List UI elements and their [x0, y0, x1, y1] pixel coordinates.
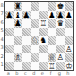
white-knight-d4: ♘	[31, 36, 39, 45]
square-h8[interactable]	[65, 2, 74, 11]
file-label-g: g	[55, 71, 64, 76]
square-a2[interactable]	[5, 53, 14, 62]
square-e5[interactable]	[39, 28, 48, 37]
square-e3[interactable]	[39, 45, 48, 54]
square-d4[interactable]: ♘	[31, 36, 40, 45]
black-knight-e4: ♞	[39, 36, 47, 45]
square-e8[interactable]	[39, 2, 48, 11]
square-f2[interactable]: ♕	[48, 53, 57, 62]
square-f6[interactable]	[48, 19, 57, 28]
square-h4[interactable]	[65, 36, 74, 45]
black-king-g8: ♚	[56, 2, 64, 11]
black-pawn-c7: ♟	[22, 10, 30, 19]
white-queen-f2: ♕	[48, 53, 56, 62]
black-pawn-b6: ♟	[14, 19, 22, 28]
white-pawn-g2: ♙	[56, 53, 64, 62]
black-bishop-b7: ♝	[14, 10, 22, 19]
chess-board[interactable]: ♜♚♟♝♟♟♟♟♟♖♛♘♞♙♗♕♙♖♔	[4, 1, 74, 71]
square-c4[interactable]	[22, 36, 31, 45]
square-f4[interactable]	[48, 36, 57, 45]
square-c1[interactable]	[22, 62, 31, 71]
square-d1[interactable]	[31, 62, 40, 71]
white-bishop-b2: ♗	[14, 53, 22, 62]
black-pawn-h7: ♟	[65, 10, 73, 19]
square-a6[interactable]	[5, 19, 14, 28]
square-e2[interactable]	[39, 53, 48, 62]
square-e4[interactable]: ♞	[39, 36, 48, 45]
square-b2[interactable]: ♗	[14, 53, 23, 62]
square-a5[interactable]	[5, 28, 14, 37]
square-f7[interactable]: ♟	[48, 11, 57, 20]
square-a4[interactable]	[5, 36, 14, 45]
square-h3[interactable]: ♙	[65, 45, 74, 54]
square-b5[interactable]	[14, 28, 23, 37]
square-g8[interactable]: ♚	[56, 2, 65, 11]
square-f8[interactable]	[48, 2, 57, 11]
square-f5[interactable]	[48, 28, 57, 37]
white-pawn-h3: ♙	[65, 44, 73, 53]
square-d5[interactable]	[31, 28, 40, 37]
square-d8[interactable]	[31, 2, 40, 11]
square-b4[interactable]	[14, 36, 23, 45]
file-label-e: e	[38, 71, 47, 76]
square-e1[interactable]	[39, 62, 48, 71]
black-pawn-f7: ♟	[48, 10, 56, 19]
square-b7[interactable]: ♝	[14, 11, 23, 20]
file-labels: abcdefgh	[4, 71, 72, 76]
white-rook-e6: ♖	[39, 19, 47, 28]
square-b3[interactable]	[14, 45, 23, 54]
square-c2[interactable]	[22, 53, 31, 62]
square-d6[interactable]	[31, 19, 40, 28]
square-h5[interactable]	[65, 28, 74, 37]
chess-diagram: 87654321 ♜♚♟♝♟♟♟♟♟♖♛♘♞♙♗♕♙♖♔ abcdefgh	[0, 0, 76, 76]
black-queen-g6: ♛	[56, 19, 64, 28]
file-label-b: b	[13, 71, 22, 76]
square-g7[interactable]: ♟	[56, 11, 65, 20]
file-label-a: a	[4, 71, 13, 76]
square-c3[interactable]	[22, 45, 31, 54]
file-label-c: c	[21, 71, 30, 76]
square-b1[interactable]	[14, 62, 23, 71]
square-g3[interactable]	[56, 45, 65, 54]
square-a8[interactable]	[5, 2, 14, 11]
square-d2[interactable]	[31, 53, 40, 62]
square-b6[interactable]: ♟	[14, 19, 23, 28]
square-f1[interactable]: ♖	[48, 62, 57, 71]
square-g1[interactable]	[56, 62, 65, 71]
square-e6[interactable]: ♖	[39, 19, 48, 28]
square-a7[interactable]: ♟	[5, 11, 14, 20]
square-h6[interactable]	[65, 19, 74, 28]
square-a3[interactable]	[5, 45, 14, 54]
square-g4[interactable]	[56, 36, 65, 45]
black-pawn-a7: ♟	[5, 10, 13, 19]
square-c5[interactable]	[22, 28, 31, 37]
square-g5[interactable]	[56, 28, 65, 37]
file-label-d: d	[30, 71, 39, 76]
square-c8[interactable]	[22, 2, 31, 11]
square-a1[interactable]	[5, 62, 14, 71]
square-e7[interactable]	[39, 11, 48, 20]
square-d7[interactable]	[31, 11, 40, 20]
square-b8[interactable]: ♜	[14, 2, 23, 11]
file-label-h: h	[64, 71, 73, 76]
square-h1[interactable]: ♔	[65, 62, 74, 71]
black-rook-b8: ♜	[14, 2, 22, 11]
black-pawn-g7: ♟	[56, 10, 64, 19]
square-h2[interactable]	[65, 53, 74, 62]
square-c6[interactable]	[22, 19, 31, 28]
white-rook-f1: ♖	[48, 61, 56, 70]
file-label-f: f	[47, 71, 56, 76]
square-f3[interactable]	[48, 45, 57, 54]
square-g6[interactable]: ♛	[56, 19, 65, 28]
square-c7[interactable]: ♟	[22, 11, 31, 20]
white-king-h1: ♔	[65, 61, 73, 70]
square-g2[interactable]: ♙	[56, 53, 65, 62]
square-d3[interactable]	[31, 45, 40, 54]
square-h7[interactable]: ♟	[65, 11, 74, 20]
